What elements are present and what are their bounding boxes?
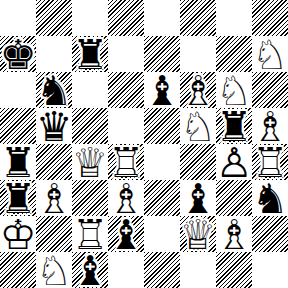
square-d1[interactable] bbox=[108, 252, 144, 288]
white-piece-outline-layer: ♗ bbox=[252, 109, 288, 145]
black-piece-glyph: ♜ bbox=[216, 109, 252, 145]
white-knight-piece[interactable]: ♞♘ bbox=[252, 36, 288, 72]
black-piece-glyph: ♝ bbox=[108, 217, 144, 253]
square-b7[interactable] bbox=[36, 36, 72, 72]
white-piece-outline-layer: ♗ bbox=[180, 73, 216, 109]
square-a1[interactable] bbox=[0, 252, 36, 288]
white-piece-outline-layer: ♖ bbox=[252, 145, 288, 181]
black-piece-glyph: ♛ bbox=[36, 109, 72, 145]
white-bishop-piece[interactable]: ♝♗ bbox=[180, 72, 216, 108]
square-d4[interactable]: ♜♖ bbox=[108, 144, 144, 180]
square-e1[interactable] bbox=[144, 252, 180, 288]
black-piece-glyph: ♚ bbox=[0, 37, 36, 73]
square-f2[interactable]: ♛♕ bbox=[180, 216, 216, 252]
white-piece-outline-layer: ♙ bbox=[216, 145, 252, 181]
white-piece-fill-layer: ♛ bbox=[72, 145, 108, 181]
white-queen-piece[interactable]: ♛♕ bbox=[72, 144, 108, 180]
white-piece-outline-layer: ♘ bbox=[216, 73, 252, 109]
white-piece-outline-layer: ♕ bbox=[72, 145, 108, 181]
white-piece-fill-layer: ♟ bbox=[216, 145, 252, 181]
white-piece-outline-layer: ♖ bbox=[72, 217, 108, 253]
white-piece-outline-layer: ♖ bbox=[108, 145, 144, 181]
black-piece-glyph: ♞ bbox=[252, 181, 288, 217]
square-a6[interactable] bbox=[0, 72, 36, 108]
square-c4[interactable]: ♛♕ bbox=[72, 144, 108, 180]
square-b8[interactable] bbox=[36, 0, 72, 36]
black-bishop-piece[interactable]: ♝ bbox=[144, 72, 180, 108]
square-d7[interactable] bbox=[108, 36, 144, 72]
square-b5[interactable]: ♛ bbox=[36, 108, 72, 144]
white-queen-piece[interactable]: ♛♕ bbox=[180, 216, 216, 252]
square-c7[interactable]: ♜ bbox=[72, 36, 108, 72]
white-piece-outline-layer: ♔ bbox=[0, 217, 36, 253]
white-bishop-piece[interactable]: ♝♗ bbox=[108, 180, 144, 216]
black-rook-piece[interactable]: ♜ bbox=[72, 36, 108, 72]
square-a3[interactable]: ♜ bbox=[0, 180, 36, 216]
white-bishop-piece[interactable]: ♝♗ bbox=[252, 108, 288, 144]
square-f5[interactable]: ♞♘ bbox=[180, 108, 216, 144]
square-a5[interactable] bbox=[0, 108, 36, 144]
square-g4[interactable]: ♟♙ bbox=[216, 144, 252, 180]
black-piece-glyph: ♞ bbox=[36, 73, 72, 109]
white-piece-fill-layer: ♝ bbox=[36, 181, 72, 217]
square-d8[interactable] bbox=[108, 0, 144, 36]
white-knight-piece[interactable]: ♞♘ bbox=[36, 252, 72, 288]
square-c5[interactable] bbox=[72, 108, 108, 144]
square-e7[interactable] bbox=[144, 36, 180, 72]
white-bishop-piece[interactable]: ♝♗ bbox=[216, 216, 252, 252]
square-h6[interactable] bbox=[252, 72, 288, 108]
black-bishop-piece[interactable]: ♝ bbox=[72, 252, 108, 288]
black-bishop-piece[interactable]: ♝ bbox=[180, 180, 216, 216]
black-knight-piece[interactable]: ♞ bbox=[252, 180, 288, 216]
black-piece-glyph: ♝ bbox=[180, 181, 216, 217]
square-g8[interactable] bbox=[216, 0, 252, 36]
white-rook-piece[interactable]: ♜♖ bbox=[252, 144, 288, 180]
black-king-piece[interactable]: ♚ bbox=[0, 36, 36, 72]
square-g6[interactable]: ♞♘ bbox=[216, 72, 252, 108]
square-f3[interactable]: ♝ bbox=[180, 180, 216, 216]
square-h1[interactable] bbox=[252, 252, 288, 288]
white-piece-outline-layer: ♘ bbox=[36, 253, 72, 288]
square-g7[interactable] bbox=[216, 36, 252, 72]
white-piece-outline-layer: ♕ bbox=[180, 217, 216, 253]
square-g5[interactable]: ♜ bbox=[216, 108, 252, 144]
square-a8[interactable] bbox=[0, 0, 36, 36]
white-king-piece[interactable]: ♚♔ bbox=[0, 216, 36, 252]
square-c1[interactable]: ♝ bbox=[72, 252, 108, 288]
white-rook-piece[interactable]: ♜♖ bbox=[108, 144, 144, 180]
square-c2[interactable]: ♜♖ bbox=[72, 216, 108, 252]
white-rook-piece[interactable]: ♜♖ bbox=[72, 216, 108, 252]
black-bishop-piece[interactable]: ♝ bbox=[108, 216, 144, 252]
square-f6[interactable]: ♝♗ bbox=[180, 72, 216, 108]
square-d6[interactable] bbox=[108, 72, 144, 108]
square-d5[interactable] bbox=[108, 108, 144, 144]
square-h5[interactable]: ♝♗ bbox=[252, 108, 288, 144]
square-d2[interactable]: ♝ bbox=[108, 216, 144, 252]
white-knight-piece[interactable]: ♞♘ bbox=[216, 72, 252, 108]
white-piece-fill-layer: ♜ bbox=[72, 217, 108, 253]
black-queen-piece[interactable]: ♛ bbox=[36, 108, 72, 144]
square-e8[interactable] bbox=[144, 0, 180, 36]
square-c8[interactable] bbox=[72, 0, 108, 36]
black-rook-piece[interactable]: ♜ bbox=[216, 108, 252, 144]
chess-board: ♚♜♞♘♞♝♝♗♞♘♛♞♘♜♝♗♜♛♕♜♖♟♙♜♖♜♝♗♝♗♝♞♚♔♜♖♝♛♕♝… bbox=[0, 0, 288, 288]
white-piece-fill-layer: ♞ bbox=[216, 73, 252, 109]
white-piece-fill-layer: ♝ bbox=[252, 109, 288, 145]
square-f1[interactable] bbox=[180, 252, 216, 288]
square-d3[interactable]: ♝♗ bbox=[108, 180, 144, 216]
square-e2[interactable] bbox=[144, 216, 180, 252]
square-e5[interactable] bbox=[144, 108, 180, 144]
white-piece-outline-layer: ♗ bbox=[36, 181, 72, 217]
black-piece-glyph: ♝ bbox=[144, 73, 180, 109]
square-e6[interactable]: ♝ bbox=[144, 72, 180, 108]
square-b3[interactable]: ♝♗ bbox=[36, 180, 72, 216]
square-g3[interactable] bbox=[216, 180, 252, 216]
square-f4[interactable] bbox=[180, 144, 216, 180]
black-rook-piece[interactable]: ♜ bbox=[0, 144, 36, 180]
square-h3[interactable]: ♞ bbox=[252, 180, 288, 216]
square-a4[interactable]: ♜ bbox=[0, 144, 36, 180]
square-f8[interactable] bbox=[180, 0, 216, 36]
white-piece-fill-layer: ♝ bbox=[180, 73, 216, 109]
black-piece-glyph: ♝ bbox=[72, 253, 108, 288]
white-piece-fill-layer: ♛ bbox=[180, 217, 216, 253]
white-knight-piece[interactable]: ♞♘ bbox=[180, 108, 216, 144]
white-piece-fill-layer: ♜ bbox=[252, 145, 288, 181]
black-rook-piece[interactable]: ♜ bbox=[0, 180, 36, 216]
black-piece-glyph: ♜ bbox=[0, 181, 36, 217]
square-a7[interactable]: ♚ bbox=[0, 36, 36, 72]
white-piece-outline-layer: ♗ bbox=[216, 217, 252, 253]
square-e4[interactable] bbox=[144, 144, 180, 180]
square-g2[interactable]: ♝♗ bbox=[216, 216, 252, 252]
square-b2[interactable] bbox=[36, 216, 72, 252]
white-piece-fill-layer: ♚ bbox=[0, 217, 36, 253]
white-pawn-piece[interactable]: ♟♙ bbox=[216, 144, 252, 180]
white-piece-fill-layer: ♜ bbox=[108, 145, 144, 181]
white-bishop-piece[interactable]: ♝♗ bbox=[36, 180, 72, 216]
square-a2[interactable]: ♚♔ bbox=[0, 216, 36, 252]
square-b4[interactable] bbox=[36, 144, 72, 180]
square-g1[interactable] bbox=[216, 252, 252, 288]
white-piece-outline-layer: ♘ bbox=[252, 37, 288, 73]
black-piece-glyph: ♜ bbox=[0, 145, 36, 181]
white-piece-fill-layer: ♞ bbox=[252, 37, 288, 73]
square-b6[interactable]: ♞ bbox=[36, 72, 72, 108]
square-b1[interactable]: ♞♘ bbox=[36, 252, 72, 288]
square-f7[interactable] bbox=[180, 36, 216, 72]
white-piece-fill-layer: ♞ bbox=[180, 109, 216, 145]
white-piece-fill-layer: ♝ bbox=[108, 181, 144, 217]
square-e3[interactable] bbox=[144, 180, 180, 216]
square-c3[interactable] bbox=[72, 180, 108, 216]
square-h8[interactable] bbox=[252, 0, 288, 36]
white-piece-outline-layer: ♗ bbox=[108, 181, 144, 217]
black-knight-piece[interactable]: ♞ bbox=[36, 72, 72, 108]
square-c6[interactable] bbox=[72, 72, 108, 108]
square-h7[interactable]: ♞♘ bbox=[252, 36, 288, 72]
black-piece-glyph: ♜ bbox=[72, 37, 108, 73]
white-piece-outline-layer: ♘ bbox=[180, 109, 216, 145]
square-h2[interactable] bbox=[252, 216, 288, 252]
square-h4[interactable]: ♜♖ bbox=[252, 144, 288, 180]
white-piece-fill-layer: ♝ bbox=[216, 217, 252, 253]
white-piece-fill-layer: ♞ bbox=[36, 253, 72, 288]
